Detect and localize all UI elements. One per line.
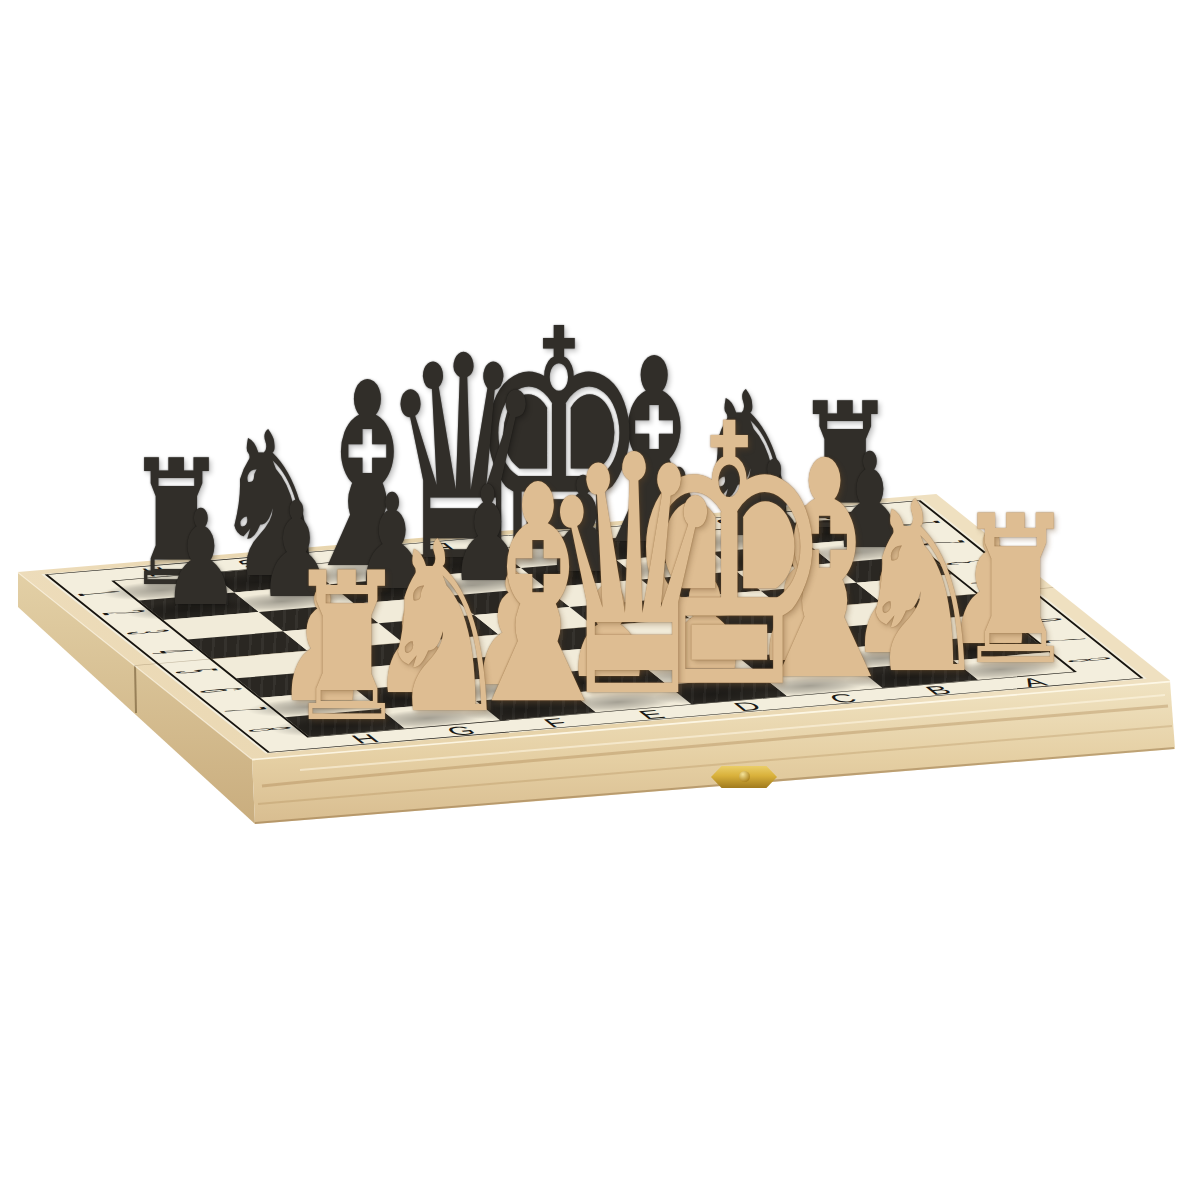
white-rook-icon: ♜ (286, 573, 407, 725)
product-photo: HGFEDCBA HGFEDCBA 12345678 12345678 ♜♞♝♚… (0, 0, 1200, 1200)
rank-label-left-4: 4 (134, 647, 206, 655)
clasp (711, 764, 777, 790)
rank-label-left-6: 6 (183, 686, 255, 694)
piece-layer: ♜♞♝♚♛♝♞♜♟♟♟♟♟♟♟♟♟♟♟♟♟♟♟♟♜♞♝♚♛♝♞♜ (18, 494, 936, 572)
black-pawn-icon: ♟ (162, 510, 240, 608)
clasp-screw (739, 771, 750, 782)
rank-label-left-5: 5 (159, 667, 231, 675)
